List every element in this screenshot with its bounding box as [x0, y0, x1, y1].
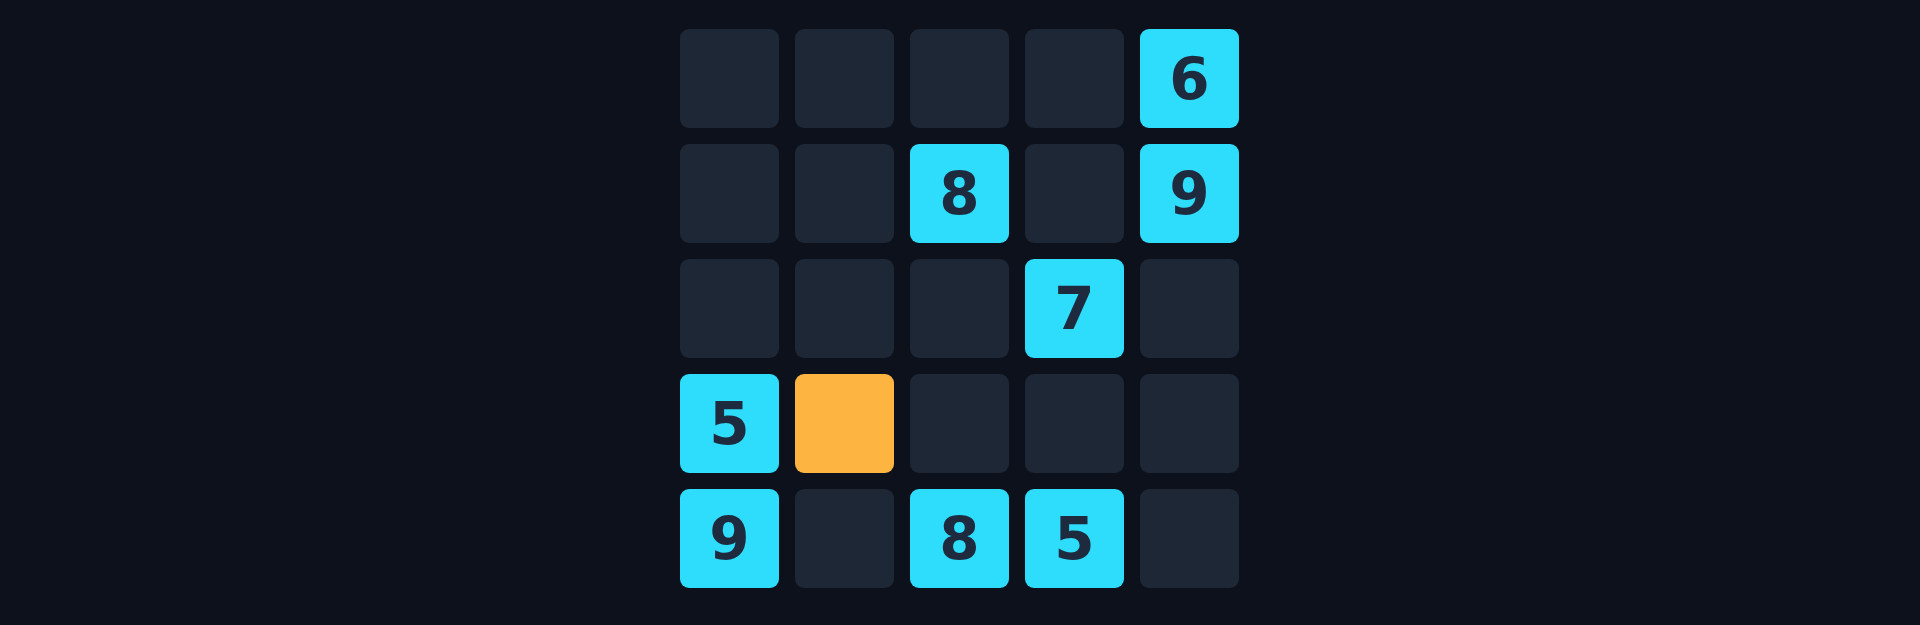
tile-r3c5-hidden[interactable]: [1140, 259, 1239, 358]
tile-r4c2-selected[interactable]: [795, 374, 894, 473]
tile-r1c1-hidden[interactable]: [680, 29, 779, 128]
tile-r5c3-value-8[interactable]: 8: [910, 489, 1009, 588]
tile-r3c3-hidden[interactable]: [910, 259, 1009, 358]
tile-r3c1-hidden[interactable]: [680, 259, 779, 358]
memory-grid-board: 68975985: [680, 29, 1239, 588]
tile-r5c4-value-5[interactable]: 5: [1025, 489, 1124, 588]
tile-r4c4-hidden[interactable]: [1025, 374, 1124, 473]
tile-r3c2-hidden[interactable]: [795, 259, 894, 358]
tile-r5c5-hidden[interactable]: [1140, 489, 1239, 588]
tile-r1c4-hidden[interactable]: [1025, 29, 1124, 128]
tile-r2c4-hidden[interactable]: [1025, 144, 1124, 243]
tile-r3c4-value-7[interactable]: 7: [1025, 259, 1124, 358]
tile-r4c5-hidden[interactable]: [1140, 374, 1239, 473]
game-stage: 68975985: [0, 0, 1920, 625]
tile-r1c2-hidden[interactable]: [795, 29, 894, 128]
tile-r2c1-hidden[interactable]: [680, 144, 779, 243]
tile-r5c1-value-9[interactable]: 9: [680, 489, 779, 588]
tile-r2c3-value-8[interactable]: 8: [910, 144, 1009, 243]
tile-r4c3-hidden[interactable]: [910, 374, 1009, 473]
tile-r1c5-value-6[interactable]: 6: [1140, 29, 1239, 128]
tile-r2c5-value-9[interactable]: 9: [1140, 144, 1239, 243]
tile-r2c2-hidden[interactable]: [795, 144, 894, 243]
tile-r5c2-hidden[interactable]: [795, 489, 894, 588]
tile-r4c1-value-5[interactable]: 5: [680, 374, 779, 473]
tile-r1c3-hidden[interactable]: [910, 29, 1009, 128]
